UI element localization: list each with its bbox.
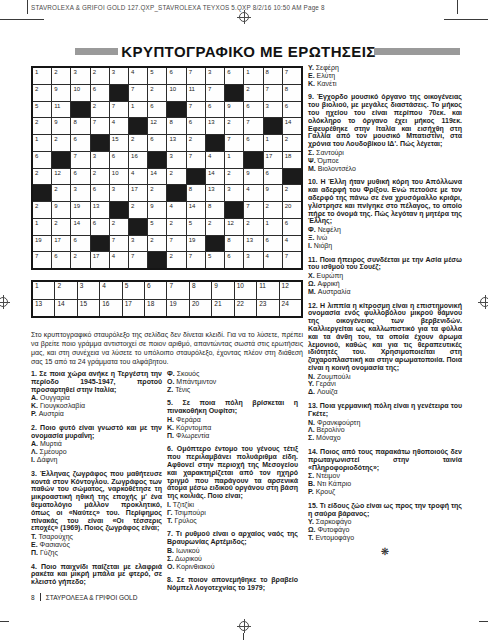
grid-cell: 2 — [187, 135, 205, 151]
grid-cell: 4 — [264, 252, 282, 268]
crop-mark-bottom-right — [479, 621, 488, 622]
cell-number: 9 — [227, 103, 230, 109]
clue-question: 2. Ποιο φυτό είναι γνωστό και με την ονο… — [31, 424, 162, 440]
option-letter: Α. — [31, 394, 40, 401]
grid-cell: 3 — [244, 252, 262, 268]
cell-number: 6 — [227, 69, 230, 75]
cell-number: 2 — [54, 69, 57, 75]
cell-number: 2 — [227, 170, 230, 176]
clue-option: Ξ. Ινώ — [308, 234, 462, 242]
cell-number: 2 — [131, 203, 134, 209]
clue-block: 8. Σε ποιον απονεμήθηκε το βραβείο Νόμπε… — [167, 576, 298, 592]
grid-cell: 20 — [283, 202, 301, 218]
option-text: Όμποε — [318, 157, 339, 164]
grid-cell: 5 — [148, 68, 166, 84]
grid-cell: 2 — [33, 202, 51, 218]
cell-number: 4 — [131, 170, 134, 176]
clue-option: Λ. Σμέουρο — [31, 448, 162, 456]
grid-cell: 8 — [206, 202, 224, 218]
option-letter: Β. — [308, 480, 317, 487]
clue-option: Τ. Εντομοφάγο — [308, 534, 462, 542]
key-cell: 15 — [78, 300, 99, 317]
grid-cell: 6 — [91, 219, 109, 235]
grid-cell: 6 — [71, 135, 89, 151]
cell-number: 2 — [35, 119, 38, 125]
grid-cell: 13 — [206, 118, 224, 134]
crossword-grid: 1232345673618729106721011727851127167696… — [31, 66, 303, 270]
grid-cell: 2 — [283, 135, 301, 151]
option-text: Φλωρεντία — [176, 432, 209, 439]
cell-number: 7 — [285, 69, 288, 75]
key-number: 18 — [147, 301, 154, 307]
option-letter: Ε. — [308, 72, 317, 79]
option-text: Αφρική — [318, 280, 340, 287]
cell-number: 9 — [54, 119, 57, 125]
key-cell: 13 — [33, 300, 54, 317]
grid-cell: 8 — [283, 85, 301, 101]
option-text: Φασιανός — [40, 541, 70, 548]
cell-number: 7 — [189, 103, 192, 109]
grid-cell: 6 — [225, 252, 243, 268]
clue-option: Ν. Ζουμπούλι — [308, 373, 462, 381]
grid-cell: 14 — [187, 202, 205, 218]
cell-number: 1 — [266, 220, 269, 226]
clue-option: Γ. Τσιμπούρι — [167, 509, 298, 517]
grid-cell: 1 — [33, 219, 51, 235]
grid-cell: 12 — [225, 219, 243, 235]
clue-question: 14. Ποιος από τους παρακάτω ηθοποιούς δε… — [308, 448, 462, 471]
grid-cell: 8 — [225, 236, 243, 252]
grid-cell: 9 — [244, 169, 262, 185]
grid-cell: 4 — [129, 169, 147, 185]
grid-cell: 2 — [129, 202, 147, 218]
cell-number: 1 — [35, 69, 38, 75]
option-letter: Σ. — [308, 434, 316, 441]
grid-cell: 2 — [225, 118, 243, 134]
cell-number: 2 — [35, 203, 38, 209]
cell-number: 6 — [112, 153, 115, 159]
cell-number: 6 — [169, 69, 172, 75]
cell-number: 2 — [169, 220, 172, 226]
clue-option: Ω. Αφρική — [308, 280, 462, 288]
option-text: Γύζης — [40, 549, 58, 556]
clue-question: 3. Έλληνας ζωγράφος που μαθήτευσε κοντά … — [31, 470, 162, 532]
option-letter: Ε. — [31, 541, 40, 548]
cell-number: 6 — [93, 86, 96, 92]
cell-number: 2 — [93, 170, 96, 176]
cell-number: 7 — [246, 119, 249, 125]
cell-number: 7 — [35, 253, 38, 259]
grid-cell: 14 — [206, 169, 224, 185]
clue-question: 7. Τι ρυθμού είναι ο αρχαίος ναός της Βρ… — [167, 530, 298, 546]
grid-cell: 19 — [71, 202, 89, 218]
cell-number: 5 — [150, 220, 153, 226]
clue-question: 6. Ομόπτερο έντομο του γένους τέτιξ που … — [167, 445, 298, 500]
cell-number: 6 — [93, 220, 96, 226]
cell-number: 2 — [150, 86, 153, 92]
cell-number: 8 — [227, 237, 230, 243]
clue-question: 10. Η Έλλη ήταν μυθική κόρη του Απόλλωνα… — [308, 178, 462, 225]
key-cell: 12 — [280, 282, 301, 299]
grid-cell: 3 — [110, 185, 128, 201]
grid-cell: 6 — [71, 236, 89, 252]
cell-number: 19 — [73, 203, 80, 209]
cell-number: 6 — [285, 103, 288, 109]
option-letter: Χ. — [308, 272, 317, 279]
black-cell — [129, 118, 147, 134]
key-number: 22 — [237, 301, 244, 307]
grid-cell: 19 — [33, 236, 51, 252]
clue-option: Ω. Φυτοφάγο — [308, 526, 462, 534]
option-text: Μυρτιά — [40, 440, 62, 447]
key-number: 6 — [147, 283, 151, 289]
option-text: Ντέιμον — [316, 472, 340, 479]
clue-column-middle: Φ. ΣκουόςΟ. ΜπάντμιντονΖ. Τένις5. Σε ποι… — [167, 370, 298, 598]
grid-cell: 11 — [187, 85, 205, 101]
grid-cell: 4 — [110, 118, 128, 134]
clue-block: 4. Ποιο παιχνίδι παίζεται με ελαφριά ρακ… — [31, 563, 162, 586]
option-letter: Ζ. — [167, 386, 175, 393]
cell-number: 17 — [93, 253, 100, 259]
clue-block: 15. Τι είδους ζώο είναι ως προς την τροφ… — [308, 502, 462, 542]
cell-number: 5 — [35, 103, 38, 109]
grid-cell: 13 — [91, 202, 109, 218]
grid-cell: 9 — [148, 202, 166, 218]
crop-mark-bottom-center — [243, 633, 244, 640]
key-cell: 19 — [167, 300, 188, 317]
grid-cell: 6 — [283, 102, 301, 118]
cell-number: 4 — [208, 153, 211, 159]
cell-number: 13 — [246, 237, 253, 243]
option-letter: Υ. — [308, 64, 316, 71]
cell-number: 11 — [189, 86, 195, 92]
cell-number: 3 — [246, 253, 249, 259]
black-cell — [129, 219, 147, 235]
cell-number: 2 — [169, 253, 172, 259]
cell-number: 3 — [266, 103, 269, 109]
cell-number: 3 — [131, 237, 134, 243]
grid-cell: 2 — [52, 219, 70, 235]
cell-number: 5 — [150, 69, 153, 75]
grid-cell: 6 — [244, 135, 262, 151]
option-letter: Β. — [167, 547, 176, 554]
cell-number: 8 — [169, 119, 172, 125]
cell-number: 9 — [150, 203, 153, 209]
key-number: 9 — [214, 283, 218, 289]
black-cell — [110, 202, 128, 218]
grid-cell: 6 — [52, 252, 70, 268]
option-letter: Κ. — [31, 402, 40, 409]
clue-block: 10. Η Έλλη ήταν μυθική κόρη του Απόλλωνα… — [308, 178, 462, 249]
key-cell: 5 — [123, 282, 144, 299]
grid-cell: 2 — [225, 169, 243, 185]
cell-number: 8 — [266, 69, 269, 75]
cell-number: 3 — [73, 69, 76, 75]
clue-option: Κ. Γιουγκοσλαβία — [31, 402, 162, 410]
cell-number: 7 — [131, 86, 134, 92]
cell-number: 7 — [112, 237, 115, 243]
key-cell: 24 — [280, 300, 301, 317]
grid-cell: 1 — [33, 68, 51, 84]
option-letter: Υ. — [308, 380, 316, 387]
cell-number: 7 — [93, 119, 96, 125]
key-number: 11 — [259, 283, 266, 289]
option-text: Σεφέρη — [316, 64, 339, 71]
grid-cell: 6 — [148, 135, 166, 151]
grid-cell: 10 — [71, 85, 89, 101]
cell-number: 6 — [73, 136, 76, 142]
key-cell: 9 — [212, 282, 233, 299]
grid-cell: 2 — [91, 169, 109, 185]
grid-cell: 11 — [52, 102, 70, 118]
clue-option: Ψ. Όμποε — [308, 157, 462, 165]
grid-cell: 3 — [206, 68, 224, 84]
option-text: Ιωνικού — [176, 547, 200, 554]
cell-number: 2 — [73, 253, 76, 259]
grid-cell: 2 — [110, 219, 128, 235]
crop-mark-header-right — [457, 0, 458, 14]
option-text: Δωρικού — [175, 555, 202, 562]
black-cell — [206, 135, 224, 151]
clue-option: Δ. Λουίζα — [308, 388, 462, 396]
cell-number: 7 — [189, 253, 192, 259]
clue-option: Β. Ιωνικού — [167, 547, 298, 555]
cell-number: 6 — [285, 220, 288, 226]
option-text: Κανέτι — [317, 80, 337, 87]
cell-number: 2 — [266, 203, 269, 209]
option-text: Ευρώπη — [317, 272, 344, 279]
key-cell: 8 — [190, 282, 211, 299]
clue-option: Ο. Κορινθιακού — [167, 563, 298, 571]
black-cell — [244, 152, 262, 168]
clue-block: 5. Σε ποια πόλη βρίσκεται η πινακοθήκη Ο… — [167, 399, 298, 439]
key-number: 17 — [125, 301, 132, 307]
cell-number: 7 — [169, 237, 172, 243]
grid-cell: 10 — [110, 169, 128, 185]
option-letter: Λ. — [31, 448, 40, 455]
crop-mark-top-right — [444, 19, 488, 20]
grid-cell: 2 — [167, 219, 185, 235]
option-letter: Ω. — [308, 280, 318, 287]
cell-number: 5 — [208, 253, 211, 259]
cell-number: 3 — [93, 153, 96, 159]
cell-number: 6 — [73, 237, 76, 243]
grid-cell: 7 — [244, 118, 262, 134]
black-cell — [167, 102, 185, 118]
cell-number: 7 — [112, 103, 115, 109]
cell-number: 6 — [150, 103, 153, 109]
key-cell: 18 — [145, 300, 166, 317]
grid-cell: 2 — [52, 135, 70, 151]
grid-cell: 2 — [264, 202, 282, 218]
cell-number: 12 — [227, 220, 234, 226]
cell-number: 2 — [285, 186, 288, 192]
grid-cell: 1 — [129, 102, 147, 118]
cell-number: 15 — [112, 136, 119, 142]
cell-number: 2 — [54, 186, 57, 192]
grid-cell: 6 — [71, 169, 89, 185]
key-number: 4 — [102, 283, 106, 289]
key-grid: 123456789101112131415161718192021222324 — [31, 280, 303, 318]
grid-cell: 7 — [187, 152, 205, 168]
footer-separator — [40, 593, 41, 601]
black-cell — [110, 85, 128, 101]
cell-number: 1 — [227, 153, 230, 159]
cell-number: 6 — [150, 136, 153, 142]
cell-number: 8 — [189, 186, 192, 192]
cell-number: 2 — [112, 220, 115, 226]
grid-cell: 4 — [110, 252, 128, 268]
option-letter: Ψ. — [308, 157, 318, 164]
grid-cell: 6 — [33, 152, 51, 168]
grid-cell: 2 — [33, 169, 51, 185]
clue-block: 12. Η λιππία η κίτροσμη είναι η επιστημο… — [308, 302, 462, 397]
grid-cell: 2 — [91, 68, 109, 84]
crop-mark-bottom-left — [0, 621, 9, 622]
clue-block: Φ. ΣκουόςΟ. ΜπάντμιντονΖ. Τένις — [167, 370, 298, 393]
option-text: Τζιτζίκι — [173, 501, 194, 508]
key-cell: 6 — [145, 282, 166, 299]
cell-number: 17 — [131, 186, 138, 192]
grid-cell: 13 — [244, 236, 262, 252]
clue-question: 1. Σε ποια χώρα ανήκε η Τεργέστη την περ… — [31, 370, 162, 393]
grid-cell: 6 — [167, 68, 185, 84]
cell-number: 6 — [54, 253, 57, 259]
clue-block: 1. Σε ποια χώρα ανήκε η Τεργέστη την περ… — [31, 370, 162, 418]
option-text: Κόρντομπα — [176, 424, 211, 431]
grid-cell: 14 — [148, 169, 166, 185]
option-letter: Κ. — [167, 424, 176, 431]
key-cell: 3 — [78, 282, 99, 299]
grid-cell: 6 — [264, 236, 282, 252]
clue-option: Ο. Μπάντμιντον — [167, 378, 298, 386]
grid-cell: 6 — [91, 185, 109, 201]
clue-question: 11. Ποια ήπειρος συνδέεται με την Ασία μ… — [308, 256, 462, 272]
cell-number: 2 — [246, 220, 249, 226]
grid-cell: 8 — [187, 185, 205, 201]
cell-number: 18 — [285, 153, 292, 159]
grid-cell: 2 — [244, 219, 262, 235]
clue-option: Α. Μυρτιά — [31, 440, 162, 448]
cell-number: 2 — [227, 119, 230, 125]
grid-cell: 7 — [244, 202, 262, 218]
cell-number: 2 — [54, 136, 57, 142]
cell-number: 20 — [285, 203, 292, 209]
cell-number: 1 — [131, 103, 134, 109]
option-letter: Η. — [167, 416, 176, 423]
grid-cell: 2 — [129, 135, 147, 151]
grid-cell: 2 — [148, 236, 166, 252]
option-text: Ελύτη — [317, 72, 336, 79]
grid-cell: 6 — [244, 102, 262, 118]
clue-option: Υ. Γεράνι — [308, 380, 462, 388]
option-letter: Ν. — [308, 373, 317, 380]
cell-number: 8 — [208, 203, 211, 209]
grid-cell: 15 — [110, 135, 128, 151]
file-info-header: STAVROLEXA & GRIFOI GOLD 127.QXP_STAVROL… — [31, 4, 325, 12]
grid-cell: 5 — [33, 102, 51, 118]
cell-number: 14 — [285, 119, 292, 125]
grid-cell: 9 — [52, 85, 70, 101]
grid-cell: 7 — [167, 236, 185, 252]
grid-cell: 17 — [91, 252, 109, 268]
option-letter: Δ. — [308, 388, 317, 395]
grid-cell: 2 — [148, 85, 166, 101]
registration-mark-left-icon — [0, 295, 10, 309]
grid-cell: 2 — [167, 169, 185, 185]
grid-cell: 7 — [187, 252, 205, 268]
key-number: 16 — [102, 301, 109, 307]
cell-number: 2 — [150, 237, 153, 243]
cell-number: 17 — [54, 237, 61, 243]
cell-number: 10 — [73, 86, 80, 92]
option-text: Μόναχο — [316, 434, 341, 441]
key-cell: 1 — [33, 282, 54, 299]
title-bar-left-decoration — [75, 48, 118, 55]
key-number: 3 — [80, 283, 84, 289]
clue-option: Τ. Γρύλος — [167, 517, 298, 525]
cell-number: 3 — [73, 186, 76, 192]
option-text: Δάφνη — [37, 456, 58, 463]
clue-option: Β. Ντι Κάπριο — [308, 480, 462, 488]
registration-mark-top-icon — [237, 10, 251, 24]
grid-cell: 7 — [187, 68, 205, 84]
black-cell — [52, 152, 70, 168]
clue-block: 11. Ποια ήπειρος συνδέεται με την Ασία μ… — [308, 256, 462, 296]
option-letter: Ν. — [308, 419, 317, 426]
grid-cell: 8 — [264, 68, 282, 84]
option-letter: Φ. — [167, 370, 177, 377]
black-cell — [225, 202, 243, 218]
clue-option: Χ. Ευρώπη — [308, 272, 462, 280]
cell-number: 2 — [35, 170, 38, 176]
key-number: 2 — [57, 283, 61, 289]
cell-number: 7 — [208, 86, 211, 92]
clue-option: Π. Φλωρεντία — [167, 432, 298, 440]
grid-cell: 2 — [33, 85, 51, 101]
option-text: Σκουός — [177, 370, 200, 377]
grid-cell: 14 — [283, 118, 301, 134]
cell-number: 2 — [150, 186, 153, 192]
grid-cell: 4 — [167, 202, 185, 218]
option-letter: Ο. — [167, 563, 176, 570]
clue-option: Η. Φεράρα — [167, 416, 298, 424]
key-number: 13 — [35, 301, 42, 307]
option-letter: Π. — [31, 549, 40, 556]
grid-cell: 7 — [91, 118, 109, 134]
option-text: Γεράνι — [316, 380, 336, 387]
grid-cell: 7 — [283, 252, 301, 268]
cell-number: 10 — [169, 86, 176, 92]
grid-cell: 7 — [283, 68, 301, 84]
cell-number: 9 — [54, 203, 57, 209]
grid-cell: 2 — [206, 219, 224, 235]
grid-cell: 2 — [167, 252, 185, 268]
option-text: Νιόβη — [314, 242, 332, 249]
black-cell — [148, 252, 166, 268]
grid-cell: 1 — [33, 135, 51, 151]
cell-number: 6 — [246, 136, 249, 142]
option-text: Τσαρούχης — [38, 533, 73, 540]
key-cell: 4 — [100, 282, 121, 299]
option-text: Φυτοφάγο — [318, 526, 350, 533]
cell-number: 7 — [285, 253, 288, 259]
grid-cell: 9 — [52, 202, 70, 218]
grid-cell: 8 — [167, 118, 185, 134]
clue-option: Σ. Σαντούρι — [308, 149, 462, 157]
clue-question: 15. Τι είδους ζώο είναι ως προς την τροφ… — [308, 502, 462, 518]
registration-mark-right-icon — [478, 295, 488, 309]
